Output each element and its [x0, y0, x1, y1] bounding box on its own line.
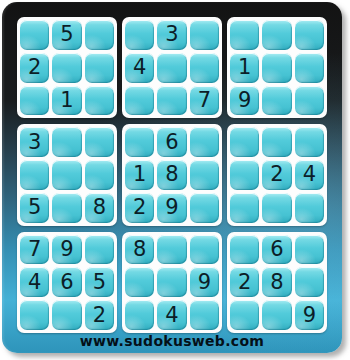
cell-r5c1[interactable]: [20, 160, 49, 190]
box-8: 894: [122, 232, 222, 333]
cell-r5c7[interactable]: [230, 160, 259, 190]
cell-r8c1[interactable]: 4: [20, 267, 49, 297]
box-7: 794652: [17, 232, 117, 333]
box-4: 358: [17, 124, 117, 225]
box-3: 19: [227, 17, 327, 118]
cell-r3c6[interactable]: 7: [190, 86, 219, 116]
cell-r8c8[interactable]: 8: [262, 267, 291, 297]
cell-r4c2[interactable]: [52, 127, 81, 157]
cell-r8c4[interactable]: [125, 267, 154, 297]
cell-r4c6[interactable]: [190, 127, 219, 157]
cell-r4c1[interactable]: 3: [20, 127, 49, 157]
cell-r7c4[interactable]: 8: [125, 235, 154, 265]
cell-r6c2[interactable]: [52, 193, 81, 223]
cell-r5c3[interactable]: [85, 160, 114, 190]
cell-r8c6[interactable]: 9: [190, 267, 219, 297]
cell-r1c2[interactable]: 5: [52, 20, 81, 50]
cell-r8c2[interactable]: 6: [52, 267, 81, 297]
cell-r2c1[interactable]: 2: [20, 53, 49, 83]
cell-r1c3[interactable]: [85, 20, 114, 50]
cell-r6c1[interactable]: 5: [20, 193, 49, 223]
cell-r9c6[interactable]: [190, 300, 219, 330]
cell-r1c9[interactable]: [295, 20, 324, 50]
cell-r7c9[interactable]: [295, 235, 324, 265]
cell-r6c6[interactable]: [190, 193, 219, 223]
cell-r5c5[interactable]: 8: [157, 160, 186, 190]
cell-r3c3[interactable]: [85, 86, 114, 116]
cell-r2c9[interactable]: [295, 53, 324, 83]
cell-r2c4[interactable]: 4: [125, 53, 154, 83]
box-2: 347: [122, 17, 222, 118]
cell-r3c7[interactable]: 9: [230, 86, 259, 116]
cell-r7c7[interactable]: [230, 235, 259, 265]
cell-r6c5[interactable]: 9: [157, 193, 186, 223]
cell-r1c5[interactable]: 3: [157, 20, 186, 50]
sudoku-grid: 5213471935861829247946528946289: [17, 17, 327, 333]
cell-r5c2[interactable]: [52, 160, 81, 190]
cell-r6c7[interactable]: [230, 193, 259, 223]
cell-r9c3[interactable]: 2: [85, 300, 114, 330]
cell-r1c6[interactable]: [190, 20, 219, 50]
cell-r8c9[interactable]: [295, 267, 324, 297]
cell-r4c3[interactable]: [85, 127, 114, 157]
cell-r8c3[interactable]: 5: [85, 267, 114, 297]
cell-r3c2[interactable]: 1: [52, 86, 81, 116]
cell-r6c9[interactable]: [295, 193, 324, 223]
cell-r1c7[interactable]: [230, 20, 259, 50]
cell-r9c9[interactable]: 9: [295, 300, 324, 330]
cell-r9c7[interactable]: [230, 300, 259, 330]
cell-r3c4[interactable]: [125, 86, 154, 116]
box-1: 521: [17, 17, 117, 118]
cell-r8c5[interactable]: [157, 267, 186, 297]
cell-r5c8[interactable]: 2: [262, 160, 291, 190]
cell-r4c8[interactable]: [262, 127, 291, 157]
cell-r8c7[interactable]: 2: [230, 267, 259, 297]
cell-r4c9[interactable]: [295, 127, 324, 157]
cell-r1c8[interactable]: [262, 20, 291, 50]
cell-r1c1[interactable]: [20, 20, 49, 50]
cell-r9c8[interactable]: [262, 300, 291, 330]
sudoku-board-frame: 5213471935861829247946528946289 www.sudo…: [2, 2, 342, 353]
cell-r2c7[interactable]: 1: [230, 53, 259, 83]
cell-r3c5[interactable]: [157, 86, 186, 116]
cell-r7c2[interactable]: 9: [52, 235, 81, 265]
cell-r7c6[interactable]: [190, 235, 219, 265]
cell-r9c4[interactable]: [125, 300, 154, 330]
cell-r6c3[interactable]: 8: [85, 193, 114, 223]
cell-r9c5[interactable]: 4: [157, 300, 186, 330]
cell-r6c8[interactable]: [262, 193, 291, 223]
cell-r3c8[interactable]: [262, 86, 291, 116]
cell-r9c1[interactable]: [20, 300, 49, 330]
cell-r7c3[interactable]: [85, 235, 114, 265]
cell-r4c7[interactable]: [230, 127, 259, 157]
cell-r7c1[interactable]: 7: [20, 235, 49, 265]
cell-r3c9[interactable]: [295, 86, 324, 116]
cell-r4c4[interactable]: [125, 127, 154, 157]
cell-r2c5[interactable]: [157, 53, 186, 83]
cell-r5c4[interactable]: 1: [125, 160, 154, 190]
cell-r4c5[interactable]: 6: [157, 127, 186, 157]
cell-r9c2[interactable]: [52, 300, 81, 330]
cell-r2c2[interactable]: [52, 53, 81, 83]
cell-r1c4[interactable]: [125, 20, 154, 50]
site-watermark: www.sudokusweb.com: [2, 333, 342, 349]
box-5: 61829: [122, 124, 222, 225]
box-9: 6289: [227, 232, 327, 333]
cell-r2c3[interactable]: [85, 53, 114, 83]
cell-r7c8[interactable]: 6: [262, 235, 291, 265]
cell-r3c1[interactable]: [20, 86, 49, 116]
cell-r2c8[interactable]: [262, 53, 291, 83]
cell-r7c5[interactable]: [157, 235, 186, 265]
cell-r6c4[interactable]: 2: [125, 193, 154, 223]
cell-r5c6[interactable]: [190, 160, 219, 190]
cell-r2c6[interactable]: [190, 53, 219, 83]
cell-r5c9[interactable]: 4: [295, 160, 324, 190]
box-6: 24: [227, 124, 327, 225]
